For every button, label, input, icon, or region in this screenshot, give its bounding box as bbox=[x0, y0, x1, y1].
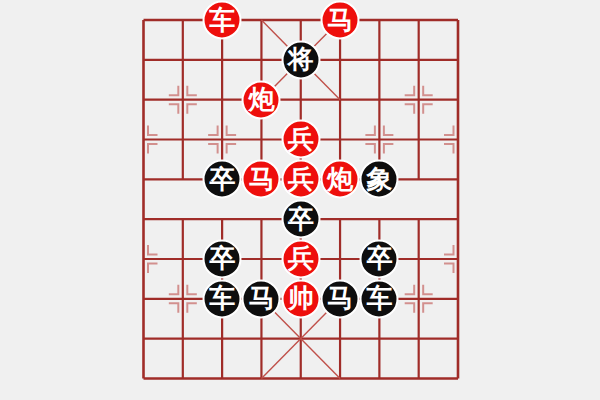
piece-red-horse[interactable]: 马 bbox=[321, 1, 360, 40]
piece-red-chariot[interactable]: 车 bbox=[203, 1, 242, 40]
piece-red-general[interactable]: 帅 bbox=[281, 279, 320, 318]
piece-black-soldier[interactable]: 卒 bbox=[360, 239, 399, 278]
piece-black-chariot[interactable]: 车 bbox=[203, 279, 242, 318]
piece-red-horse[interactable]: 马 bbox=[242, 160, 281, 199]
xiangqi-diagram: 车马将炮兵卒马兵炮象卒卒兵卒车马帅马车 bbox=[0, 0, 600, 400]
piece-black-elephant[interactable]: 象 bbox=[360, 160, 399, 199]
piece-black-horse[interactable]: 马 bbox=[321, 279, 360, 318]
piece-black-soldier[interactable]: 卒 bbox=[203, 160, 242, 199]
piece-black-general[interactable]: 将 bbox=[281, 40, 320, 79]
piece-red-soldier[interactable]: 兵 bbox=[281, 120, 320, 159]
piece-red-soldier[interactable]: 兵 bbox=[281, 239, 320, 278]
piece-black-horse[interactable]: 马 bbox=[242, 279, 281, 318]
piece-red-cannon[interactable]: 炮 bbox=[242, 80, 281, 119]
piece-black-soldier[interactable]: 卒 bbox=[203, 239, 242, 278]
piece-black-soldier[interactable]: 卒 bbox=[281, 200, 320, 239]
piece-red-soldier[interactable]: 兵 bbox=[281, 160, 320, 199]
piece-red-cannon[interactable]: 炮 bbox=[321, 160, 360, 199]
piece-black-chariot[interactable]: 车 bbox=[360, 279, 399, 318]
